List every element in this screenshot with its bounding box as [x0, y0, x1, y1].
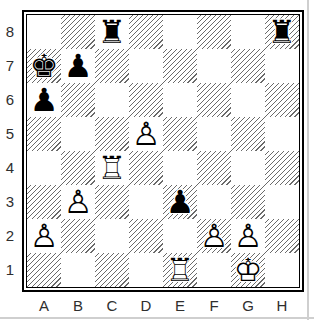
piece-black-pawn: ♟♟ — [27, 83, 61, 117]
square-g8 — [231, 15, 265, 49]
square-a7: ♚♚ — [27, 49, 61, 83]
square-c5 — [95, 117, 129, 151]
square-e7 — [163, 49, 197, 83]
square-g1: ♚♔ — [231, 253, 265, 287]
square-a2: ♟♙ — [27, 219, 61, 253]
square-d7 — [129, 49, 163, 83]
piece-white-pawn: ♟♙ — [61, 185, 95, 219]
square-e3: ♟♟ — [163, 185, 197, 219]
piece-glyph: ♔ — [231, 253, 265, 287]
rank-label-2: 2 — [0, 219, 20, 253]
square-f1 — [197, 253, 231, 287]
square-e6 — [163, 83, 197, 117]
square-g2: ♟♙ — [231, 219, 265, 253]
file-label-c: C — [95, 296, 129, 316]
square-e1: ♜♖ — [163, 253, 197, 287]
square-a6: ♟♟ — [27, 83, 61, 117]
piece-glyph: ♟ — [163, 185, 197, 219]
square-a5 — [27, 117, 61, 151]
rank-label-4: 4 — [0, 151, 20, 185]
square-h6 — [265, 83, 299, 117]
square-f8 — [197, 15, 231, 49]
square-f5 — [197, 117, 231, 151]
piece-white-rook: ♜♖ — [95, 151, 129, 185]
square-h2 — [265, 219, 299, 253]
square-h7 — [265, 49, 299, 83]
piece-glyph: ♖ — [95, 151, 129, 185]
square-f2: ♟♙ — [197, 219, 231, 253]
square-e4 — [163, 151, 197, 185]
square-c2 — [95, 219, 129, 253]
square-b4 — [61, 151, 95, 185]
square-b8 — [61, 15, 95, 49]
file-label-f: F — [197, 296, 231, 316]
square-b2 — [61, 219, 95, 253]
square-c8: ♜♜ — [95, 15, 129, 49]
page-edge-bottom — [0, 317, 314, 319]
square-e8 — [163, 15, 197, 49]
chess-diagram-page: 87654321 ♜♜♜♜♚♚♟♟♟♟♟♙♜♖♟♙♟♟♟♙♟♙♟♙♜♖♚♔ AB… — [0, 0, 314, 320]
board-frame: ♜♜♜♜♚♚♟♟♟♟♟♙♜♖♟♙♟♟♟♙♟♙♟♙♜♖♚♔ — [22, 10, 304, 292]
piece-white-pawn: ♟♙ — [27, 219, 61, 253]
piece-black-pawn: ♟♟ — [163, 185, 197, 219]
piece-black-king: ♚♚ — [27, 49, 61, 83]
piece-glyph: ♟ — [27, 83, 61, 117]
square-d5: ♟♙ — [129, 117, 163, 151]
square-h8: ♜♜ — [265, 15, 299, 49]
file-label-g: G — [231, 296, 265, 316]
piece-black-rook: ♜♜ — [95, 15, 129, 49]
rank-labels: 87654321 — [0, 15, 20, 287]
square-d3 — [129, 185, 163, 219]
square-d4 — [129, 151, 163, 185]
square-d2 — [129, 219, 163, 253]
square-f7 — [197, 49, 231, 83]
file-label-a: A — [27, 296, 61, 316]
piece-white-pawn: ♟♙ — [129, 117, 163, 151]
square-a4 — [27, 151, 61, 185]
piece-glyph: ♙ — [61, 185, 95, 219]
piece-white-rook: ♜♖ — [163, 253, 197, 287]
file-label-h: H — [265, 296, 299, 316]
piece-black-rook: ♜♜ — [265, 15, 299, 49]
square-b3: ♟♙ — [61, 185, 95, 219]
square-b7: ♟♟ — [61, 49, 95, 83]
piece-glyph: ♜ — [265, 15, 299, 49]
square-a1 — [27, 253, 61, 287]
square-e2 — [163, 219, 197, 253]
square-c3 — [95, 185, 129, 219]
file-label-d: D — [129, 296, 163, 316]
rank-label-1: 1 — [0, 253, 20, 287]
square-d8 — [129, 15, 163, 49]
file-label-e: E — [163, 296, 197, 316]
square-g7 — [231, 49, 265, 83]
piece-glyph: ♙ — [27, 219, 61, 253]
file-label-b: B — [61, 296, 95, 316]
square-c4: ♜♖ — [95, 151, 129, 185]
rank-label-7: 7 — [0, 49, 20, 83]
square-g3 — [231, 185, 265, 219]
square-g6 — [231, 83, 265, 117]
square-h1 — [265, 253, 299, 287]
square-h4 — [265, 151, 299, 185]
rank-label-3: 3 — [0, 185, 20, 219]
piece-glyph: ♜ — [95, 15, 129, 49]
square-d1 — [129, 253, 163, 287]
square-d6 — [129, 83, 163, 117]
square-b1 — [61, 253, 95, 287]
chess-board: ♜♜♜♜♚♚♟♟♟♟♟♙♜♖♟♙♟♟♟♙♟♙♟♙♜♖♚♔ — [26, 14, 300, 288]
square-g4 — [231, 151, 265, 185]
square-a8 — [27, 15, 61, 49]
piece-black-pawn: ♟♟ — [61, 49, 95, 83]
square-c1 — [95, 253, 129, 287]
square-h5 — [265, 117, 299, 151]
square-c6 — [95, 83, 129, 117]
square-b5 — [61, 117, 95, 151]
piece-glyph: ♙ — [231, 219, 265, 253]
page-edge-right — [307, 0, 309, 320]
square-e5 — [163, 117, 197, 151]
piece-glyph: ♟ — [61, 49, 95, 83]
rank-label-5: 5 — [0, 117, 20, 151]
square-h3 — [265, 185, 299, 219]
piece-white-pawn: ♟♙ — [197, 219, 231, 253]
rank-label-8: 8 — [0, 15, 20, 49]
piece-white-king: ♚♔ — [231, 253, 265, 287]
piece-glyph: ♙ — [129, 117, 163, 151]
piece-glyph: ♙ — [197, 219, 231, 253]
square-c7 — [95, 49, 129, 83]
square-f4 — [197, 151, 231, 185]
square-f3 — [197, 185, 231, 219]
piece-glyph: ♖ — [163, 253, 197, 287]
square-a3 — [27, 185, 61, 219]
square-b6 — [61, 83, 95, 117]
square-f6 — [197, 83, 231, 117]
file-labels: ABCDEFGH — [27, 296, 299, 316]
piece-white-pawn: ♟♙ — [231, 219, 265, 253]
square-g5 — [231, 117, 265, 151]
piece-glyph: ♚ — [27, 49, 61, 83]
rank-label-6: 6 — [0, 83, 20, 117]
